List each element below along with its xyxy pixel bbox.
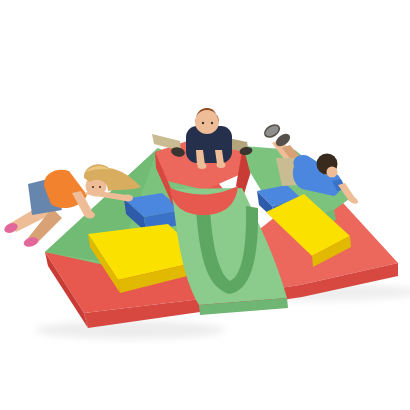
girl-near-hand xyxy=(85,212,95,219)
girl-eye-left xyxy=(92,186,94,188)
soft-play-scene xyxy=(0,0,410,410)
boy-center-left-hand xyxy=(198,163,207,169)
product-photo xyxy=(0,0,410,410)
boy-center-right-hand xyxy=(217,162,226,168)
girl-eye-right xyxy=(99,186,101,188)
boy-right-cheek xyxy=(327,167,338,178)
boy-center-eye-left xyxy=(202,122,204,124)
girl-far-hand xyxy=(123,195,133,202)
shadow-left xyxy=(35,321,225,339)
boy-center-face xyxy=(195,110,219,134)
boy-center-eye-right xyxy=(211,122,213,124)
